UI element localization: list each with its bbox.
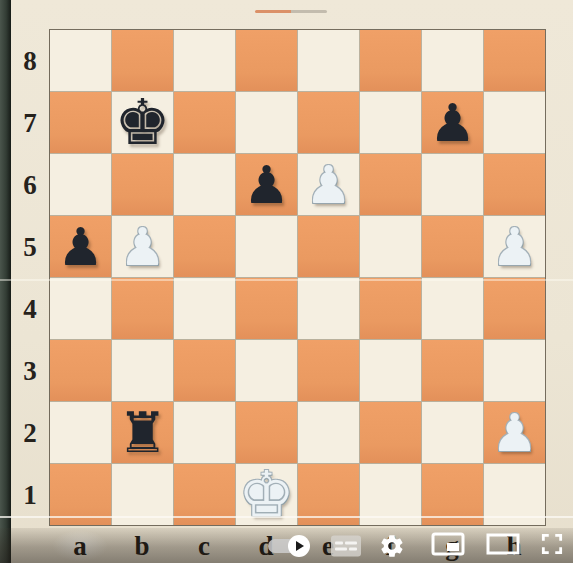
file-label-b: b [134, 530, 149, 561]
fullscreen-icon[interactable] [538, 531, 566, 561]
square-b2: ♜ [112, 402, 173, 463]
square-a7 [50, 92, 111, 153]
top-artifact-line [255, 10, 327, 13]
square-e7 [298, 92, 359, 153]
square-g3 [422, 340, 483, 401]
square-h3 [484, 340, 545, 401]
autoplay-toggle[interactable] [268, 535, 310, 557]
subtitles-icon[interactable] [331, 535, 361, 556]
video-frame: 87654321 ♚♟♟♟♟♟♟♜♟♚ abcdefgh [0, 0, 573, 563]
theater-mode-icon[interactable] [486, 532, 520, 560]
autoplay-play-icon [288, 535, 310, 557]
square-c3 [174, 340, 235, 401]
square-f2 [360, 402, 421, 463]
file-label-a: a [73, 530, 87, 561]
rank-labels: 87654321 [11, 30, 50, 526]
square-f7 [360, 92, 421, 153]
square-h2: ♟ [484, 402, 545, 463]
square-h4 [484, 278, 545, 339]
black-rook: ♜ [112, 402, 173, 463]
rank-label-8: 8 [11, 30, 49, 92]
miniplayer-icon[interactable] [431, 531, 465, 561]
white-pawn: ♟ [484, 402, 545, 463]
square-a5: ♟ [50, 216, 111, 277]
rank-label-2: 2 [11, 402, 49, 464]
square-a6 [50, 154, 111, 215]
square-b6 [112, 154, 173, 215]
square-f8 [360, 30, 421, 91]
black-pawn: ♟ [50, 216, 111, 277]
square-e6: ♟ [298, 154, 359, 215]
square-f5 [360, 216, 421, 277]
square-b4 [112, 278, 173, 339]
square-d8 [236, 30, 297, 91]
white-pawn: ♟ [298, 154, 359, 215]
white-pawn: ♟ [484, 216, 545, 277]
square-a3 [50, 340, 111, 401]
black-pawn: ♟ [236, 154, 297, 215]
square-d5 [236, 216, 297, 277]
player-control-bar: abcdefgh [0, 528, 573, 563]
square-d2 [236, 402, 297, 463]
video-progress-bar[interactable] [0, 516, 573, 518]
chess-board: ♚♟♟♟♟♟♟♜♟♚ [49, 29, 546, 526]
square-e2 [298, 402, 359, 463]
square-f4 [360, 278, 421, 339]
square-b3 [112, 340, 173, 401]
square-d6: ♟ [236, 154, 297, 215]
square-c8 [174, 30, 235, 91]
square-b5: ♟ [112, 216, 173, 277]
square-e8 [298, 30, 359, 91]
square-c2 [174, 402, 235, 463]
white-pawn: ♟ [112, 216, 173, 277]
square-h7 [484, 92, 545, 153]
square-e3 [298, 340, 359, 401]
left-edge-strip [0, 0, 11, 563]
square-b8 [112, 30, 173, 91]
square-c7 [174, 92, 235, 153]
rank-label-5: 5 [11, 216, 49, 278]
black-king: ♚ [112, 92, 173, 153]
square-a2 [50, 402, 111, 463]
square-f3 [360, 340, 421, 401]
square-g4 [422, 278, 483, 339]
video-seam-line [0, 279, 573, 281]
square-b7: ♚ [112, 92, 173, 153]
square-g6 [422, 154, 483, 215]
square-c5 [174, 216, 235, 277]
square-h5: ♟ [484, 216, 545, 277]
square-g8 [422, 30, 483, 91]
square-d4 [236, 278, 297, 339]
square-g7: ♟ [422, 92, 483, 153]
rank-label-6: 6 [11, 154, 49, 216]
square-h6 [484, 154, 545, 215]
rank-label-3: 3 [11, 340, 49, 402]
square-c4 [174, 278, 235, 339]
square-g5 [422, 216, 483, 277]
square-a4 [50, 278, 111, 339]
rank-label-7: 7 [11, 92, 49, 154]
rank-label-4: 4 [11, 278, 49, 340]
square-f6 [360, 154, 421, 215]
square-e4 [298, 278, 359, 339]
square-d7 [236, 92, 297, 153]
settings-gear-icon[interactable] [379, 533, 405, 559]
file-label-c: c [198, 530, 210, 561]
black-pawn: ♟ [422, 92, 483, 153]
square-a8 [50, 30, 111, 91]
square-c6 [174, 154, 235, 215]
square-h8 [484, 30, 545, 91]
square-e5 [298, 216, 359, 277]
square-g2 [422, 402, 483, 463]
square-d3 [236, 340, 297, 401]
